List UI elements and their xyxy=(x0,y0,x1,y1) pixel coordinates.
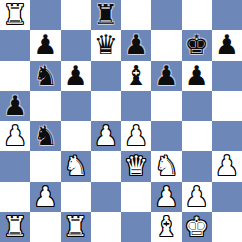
piece-black-pawn-e7[interactable]: ♟ xyxy=(124,30,148,60)
square-a2[interactable] xyxy=(0,182,30,212)
square-c8[interactable] xyxy=(61,0,91,30)
square-g1[interactable]: ♚ xyxy=(182,212,212,242)
piece-black-queen-d7[interactable]: ♛ xyxy=(94,30,118,60)
square-b1[interactable] xyxy=(30,212,60,242)
square-f7[interactable] xyxy=(151,30,181,60)
square-a6[interactable] xyxy=(0,61,30,91)
square-d5[interactable] xyxy=(91,91,121,121)
square-h3[interactable]: ♟ xyxy=(212,151,242,181)
square-g4[interactable] xyxy=(182,121,212,151)
square-c7[interactable] xyxy=(61,30,91,60)
square-c1[interactable]: ♜ xyxy=(61,212,91,242)
square-h1[interactable] xyxy=(212,212,242,242)
piece-white-rook-a8[interactable]: ♜ xyxy=(3,0,27,30)
square-d6[interactable] xyxy=(91,61,121,91)
square-e5[interactable] xyxy=(121,91,151,121)
square-d7[interactable]: ♛ xyxy=(91,30,121,60)
piece-black-pawn-b7[interactable]: ♟ xyxy=(33,30,57,60)
square-b8[interactable] xyxy=(30,0,60,30)
piece-white-knight-c3[interactable]: ♞ xyxy=(64,151,88,181)
square-b7[interactable]: ♟ xyxy=(30,30,60,60)
square-a3[interactable] xyxy=(0,151,30,181)
square-f1[interactable]: ♝ xyxy=(151,212,181,242)
square-g5[interactable] xyxy=(182,91,212,121)
piece-white-bishop-f1[interactable]: ♝ xyxy=(154,212,178,242)
piece-white-queen-e3[interactable]: ♛ xyxy=(124,151,148,181)
square-g7[interactable]: ♚ xyxy=(182,30,212,60)
square-c5[interactable] xyxy=(61,91,91,121)
square-f4[interactable] xyxy=(151,121,181,151)
square-c4[interactable] xyxy=(61,121,91,151)
square-e7[interactable]: ♟ xyxy=(121,30,151,60)
chess-board: ♜♜♟♛♟♚♟♞♟♝♟♟♟♟♞♟♟♞♛♞♟♟♟♟♜♜♝♚ xyxy=(0,0,242,242)
square-f3[interactable]: ♞ xyxy=(151,151,181,181)
piece-white-king-g1[interactable]: ♚ xyxy=(185,212,209,242)
square-a4[interactable]: ♟ xyxy=(0,121,30,151)
square-g2[interactable]: ♟ xyxy=(182,182,212,212)
piece-white-pawn-f2[interactable]: ♟ xyxy=(154,182,178,212)
square-e3[interactable]: ♛ xyxy=(121,151,151,181)
square-h5[interactable] xyxy=(212,91,242,121)
piece-black-king-g7[interactable]: ♚ xyxy=(185,30,209,60)
square-c3[interactable]: ♞ xyxy=(61,151,91,181)
square-f5[interactable] xyxy=(151,91,181,121)
square-a5[interactable]: ♟ xyxy=(0,91,30,121)
square-a1[interactable]: ♜ xyxy=(0,212,30,242)
square-e2[interactable] xyxy=(121,182,151,212)
square-b5[interactable] xyxy=(30,91,60,121)
piece-black-knight-b4[interactable]: ♞ xyxy=(33,121,57,151)
piece-white-pawn-b2[interactable]: ♟ xyxy=(33,182,57,212)
piece-black-pawn-f6[interactable]: ♟ xyxy=(154,61,178,91)
square-g3[interactable] xyxy=(182,151,212,181)
square-e6[interactable]: ♝ xyxy=(121,61,151,91)
piece-white-rook-c1[interactable]: ♜ xyxy=(64,212,88,242)
piece-white-pawn-a4[interactable]: ♟ xyxy=(3,121,27,151)
square-f8[interactable] xyxy=(151,0,181,30)
piece-white-pawn-h3[interactable]: ♟ xyxy=(215,151,239,181)
square-d3[interactable] xyxy=(91,151,121,181)
piece-black-bishop-e6[interactable]: ♝ xyxy=(124,61,148,91)
square-d4[interactable]: ♟ xyxy=(91,121,121,151)
square-c2[interactable] xyxy=(61,182,91,212)
piece-white-pawn-d4[interactable]: ♟ xyxy=(94,121,118,151)
square-h7[interactable]: ♟ xyxy=(212,30,242,60)
piece-black-pawn-g6[interactable]: ♟ xyxy=(185,61,209,91)
square-d2[interactable] xyxy=(91,182,121,212)
square-d1[interactable] xyxy=(91,212,121,242)
square-b4[interactable]: ♞ xyxy=(30,121,60,151)
square-b2[interactable]: ♟ xyxy=(30,182,60,212)
square-c6[interactable]: ♟ xyxy=(61,61,91,91)
square-h6[interactable] xyxy=(212,61,242,91)
square-f6[interactable]: ♟ xyxy=(151,61,181,91)
square-e8[interactable] xyxy=(121,0,151,30)
square-e4[interactable]: ♟ xyxy=(121,121,151,151)
square-a7[interactable] xyxy=(0,30,30,60)
piece-black-rook-d8[interactable]: ♜ xyxy=(94,0,118,30)
square-b6[interactable]: ♞ xyxy=(30,61,60,91)
square-f2[interactable]: ♟ xyxy=(151,182,181,212)
square-d8[interactable]: ♜ xyxy=(91,0,121,30)
piece-black-pawn-c6[interactable]: ♟ xyxy=(64,61,88,91)
square-h2[interactable] xyxy=(212,182,242,212)
piece-black-pawn-h7[interactable]: ♟ xyxy=(215,30,239,60)
piece-white-knight-f3[interactable]: ♞ xyxy=(154,151,178,181)
square-a8[interactable]: ♜ xyxy=(0,0,30,30)
piece-white-pawn-g2[interactable]: ♟ xyxy=(185,182,209,212)
square-b3[interactable] xyxy=(30,151,60,181)
square-g6[interactable]: ♟ xyxy=(182,61,212,91)
square-h8[interactable] xyxy=(212,0,242,30)
square-g8[interactable] xyxy=(182,0,212,30)
square-h4[interactable] xyxy=(212,121,242,151)
piece-white-pawn-e4[interactable]: ♟ xyxy=(124,121,148,151)
square-e1[interactable] xyxy=(121,212,151,242)
piece-white-rook-a1[interactable]: ♜ xyxy=(3,212,27,242)
piece-black-knight-b6[interactable]: ♞ xyxy=(33,61,57,91)
piece-black-pawn-a5[interactable]: ♟ xyxy=(3,91,27,121)
